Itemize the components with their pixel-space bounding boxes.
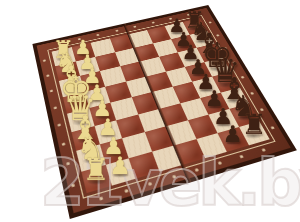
white-rook-a1[interactable]: ♜ (74, 155, 118, 185)
black-pawn-a7[interactable]: ♟ (211, 123, 255, 146)
product-photo: ♜♞♝♛♚♝♞♜♟♟♟♟♟♟♟♟♟♟♟♟♟♟♟♟♜♞♝♛♚♝♞♜ 21vek.b… (0, 0, 300, 222)
